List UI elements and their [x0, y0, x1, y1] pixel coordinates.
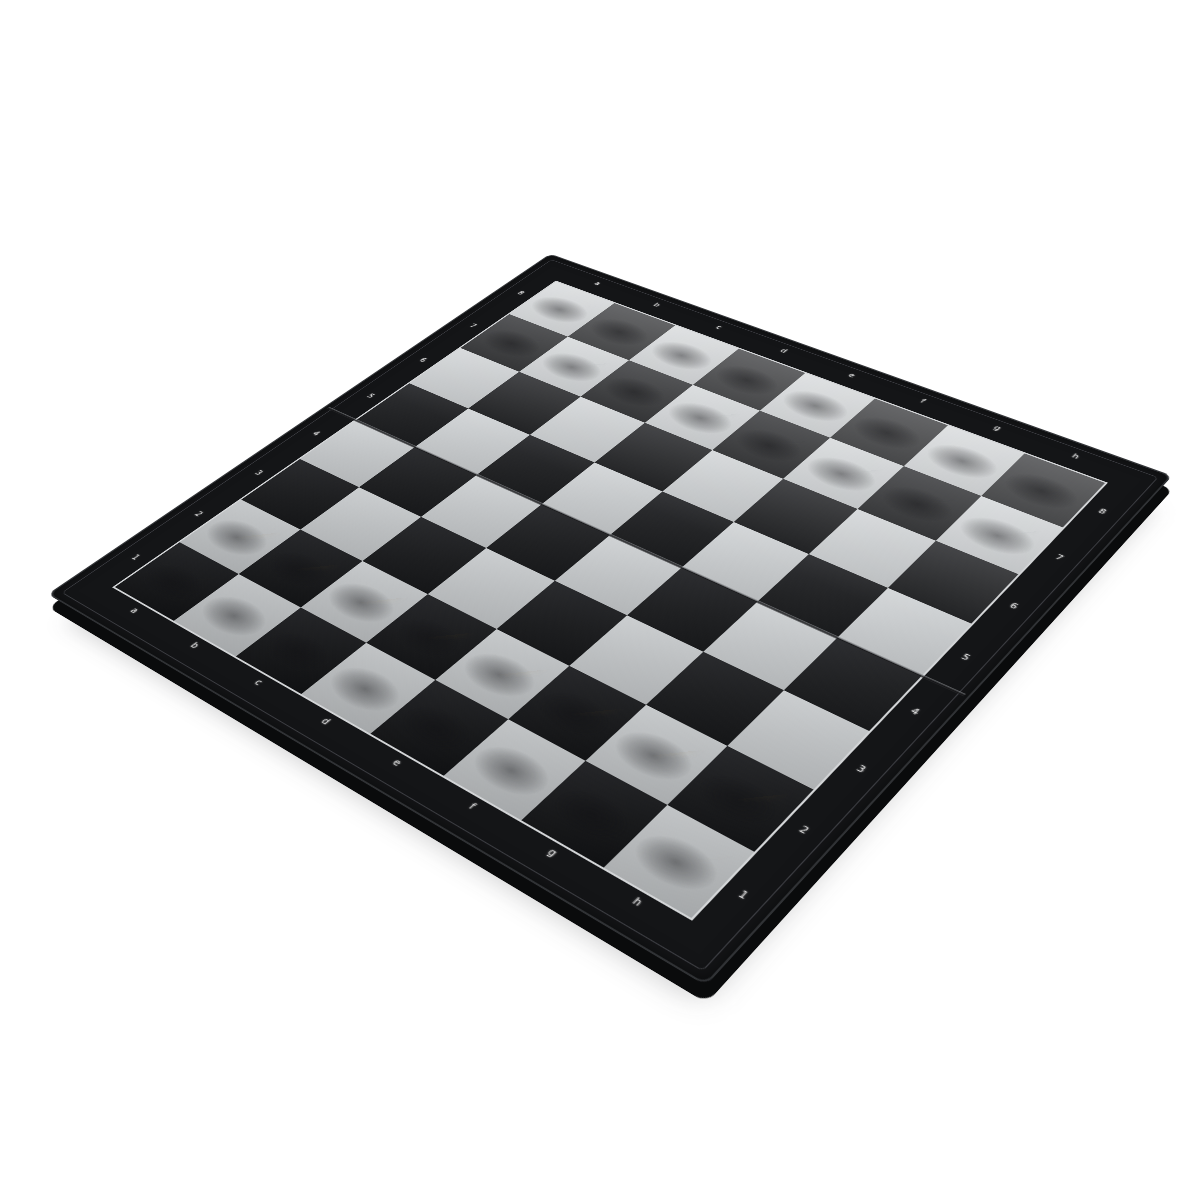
chess-board: aabbccddeeffgghh1122334455667788 ♜♞♝♛♚♝♞…: [47, 254, 1172, 986]
rank-label-right-4: 4: [894, 700, 935, 723]
rank-label-right-6: 6: [994, 596, 1034, 617]
camera-rotation-wrap: aabbccddeeffgghh1122334455667788 ♜♞♝♛♚♝♞…: [0, 0, 1200, 1200]
piece-glyph: ♟: [945, 423, 1051, 541]
product-photo-background: aabbccddeeffgghh1122334455667788 ♜♞♝♛♚♝♞…: [0, 0, 1200, 1200]
rank-label-right-5: 5: [945, 647, 985, 669]
perspective-scene: aabbccddeeffgghh1122334455667788 ♜♞♝♛♚♝♞…: [170, 95, 1049, 974]
rank-label-right-3: 3: [840, 757, 882, 782]
rank-label-right-8: 8: [1083, 503, 1121, 521]
rank-label-right-7: 7: [1040, 548, 1079, 567]
rank-label-right-2: 2: [782, 817, 825, 844]
rank-label-right-1: 1: [721, 881, 765, 910]
piece-glyph: ♜: [601, 698, 754, 869]
